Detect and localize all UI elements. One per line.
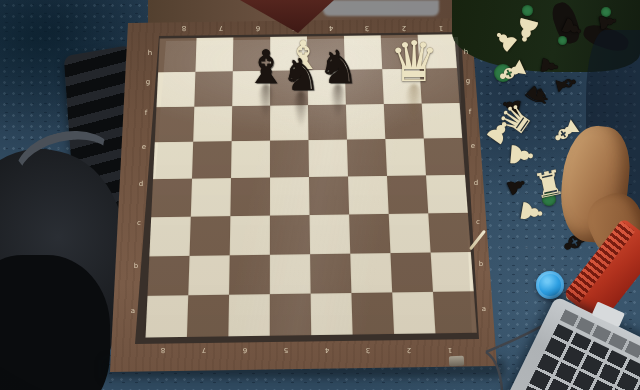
coord-right: e xyxy=(471,143,475,150)
coord-right: f xyxy=(469,109,471,116)
square[interactable] xyxy=(428,213,471,252)
square[interactable] xyxy=(151,179,192,217)
coord-top: 7 xyxy=(219,24,223,31)
coord-left: d xyxy=(139,181,143,188)
laptop-keys xyxy=(498,324,640,390)
square[interactable] xyxy=(311,293,353,335)
square[interactable] xyxy=(270,140,309,177)
square[interactable] xyxy=(310,253,351,294)
square[interactable] xyxy=(351,293,394,335)
coord-bottom: 2 xyxy=(407,346,411,353)
square[interactable] xyxy=(228,294,269,336)
square[interactable] xyxy=(230,178,270,216)
scattered-piece-black: ♟ xyxy=(594,10,619,33)
coord-right: h xyxy=(464,49,468,56)
square[interactable] xyxy=(188,255,229,296)
coord-left: c xyxy=(137,220,141,227)
coord-left: e xyxy=(142,144,146,151)
chess-setup-photo: 8765432187654321hgfedcbahgfedcba ♝ ♝ ♞ ♞… xyxy=(0,0,640,390)
square[interactable] xyxy=(147,255,189,296)
square[interactable] xyxy=(308,140,348,177)
square[interactable] xyxy=(392,292,435,334)
square[interactable] xyxy=(192,141,232,178)
coord-top: 1 xyxy=(439,24,443,31)
square[interactable] xyxy=(309,176,349,214)
piece-black-knight-g5[interactable]: ♞ xyxy=(281,55,320,95)
coord-right: b xyxy=(479,261,483,268)
piece-black-knight-g4[interactable]: ♞ xyxy=(317,46,358,88)
laptop-sticker xyxy=(592,301,626,327)
coord-left: b xyxy=(134,263,138,270)
square[interactable] xyxy=(146,296,189,338)
square[interactable] xyxy=(310,214,351,253)
square[interactable] xyxy=(426,175,468,213)
square[interactable] xyxy=(422,103,463,139)
square[interactable] xyxy=(158,38,196,72)
square[interactable] xyxy=(194,71,232,106)
scattered-piece-black: ♟ xyxy=(502,172,530,199)
coord-right: g xyxy=(466,78,470,85)
coord-bottom: 5 xyxy=(284,346,288,353)
coord-bottom: 6 xyxy=(243,346,247,353)
square[interactable] xyxy=(156,72,195,107)
square[interactable] xyxy=(431,251,474,292)
coord-right: c xyxy=(476,219,480,226)
square[interactable] xyxy=(389,213,431,252)
square[interactable] xyxy=(350,253,392,294)
board-clasp xyxy=(449,356,464,367)
square[interactable] xyxy=(385,139,426,176)
square[interactable] xyxy=(190,216,231,256)
scattered-piece-black: ♝ xyxy=(550,69,581,98)
coord-bottom: 7 xyxy=(202,346,206,353)
coord-left: a xyxy=(131,308,135,315)
square[interactable] xyxy=(387,175,428,213)
coord-bottom: 3 xyxy=(366,346,370,353)
square[interactable] xyxy=(424,138,465,175)
blurred-object-top xyxy=(323,0,439,16)
square[interactable] xyxy=(193,106,232,142)
square[interactable] xyxy=(195,37,233,71)
square[interactable] xyxy=(191,178,231,216)
square[interactable] xyxy=(229,254,270,295)
coord-right: d xyxy=(474,180,478,187)
scattered-piece-white: ♟ xyxy=(505,140,537,169)
square[interactable] xyxy=(270,294,311,336)
square[interactable] xyxy=(231,141,270,178)
square[interactable] xyxy=(153,142,193,179)
laptop-keyboard xyxy=(481,296,640,390)
scattered-piece-white: ♟ xyxy=(515,197,547,227)
square[interactable] xyxy=(390,252,433,293)
coord-left: f xyxy=(145,110,147,117)
blue-bottle-cap xyxy=(536,271,564,299)
square[interactable] xyxy=(349,214,390,253)
square[interactable] xyxy=(187,295,229,337)
square[interactable] xyxy=(270,177,310,215)
square[interactable] xyxy=(270,215,310,254)
square[interactable] xyxy=(155,106,195,142)
coord-top: 6 xyxy=(256,24,260,31)
piece-white-queen-g2[interactable]: ♛ xyxy=(389,36,439,88)
coord-top: 8 xyxy=(182,24,186,31)
coord-left: h xyxy=(148,50,152,57)
coord-right: a xyxy=(482,306,486,313)
square[interactable] xyxy=(347,139,387,176)
coord-bottom: 4 xyxy=(325,346,329,353)
square[interactable] xyxy=(270,254,311,295)
coord-bottom: 8 xyxy=(161,346,165,353)
square[interactable] xyxy=(348,176,389,214)
coord-bottom: 1 xyxy=(448,346,452,353)
square[interactable] xyxy=(230,215,270,254)
coord-top: 3 xyxy=(365,24,369,31)
square[interactable] xyxy=(346,104,385,140)
coord-top: 4 xyxy=(329,24,333,31)
square[interactable] xyxy=(149,216,190,256)
coord-left: g xyxy=(146,79,150,86)
square[interactable] xyxy=(433,292,477,334)
